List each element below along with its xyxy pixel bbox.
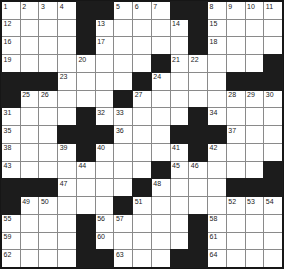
clue-number: 52	[228, 198, 236, 206]
grid-cell[interactable]: 17	[96, 37, 114, 54]
grid-cell[interactable]: 34	[208, 108, 226, 125]
grid-cell[interactable]	[227, 250, 245, 267]
grid-cell[interactable]	[227, 37, 245, 54]
grid-cell[interactable]	[58, 55, 76, 72]
grid-cell[interactable]: 33	[114, 108, 132, 125]
grid-cell[interactable]	[171, 73, 189, 90]
grid-cell[interactable]: 1	[2, 2, 20, 19]
clue-number: 16	[4, 38, 12, 46]
black-cell	[152, 162, 170, 179]
clue-number: 10	[247, 3, 255, 11]
black-cell	[96, 126, 114, 143]
grid-cell[interactable]	[189, 197, 207, 214]
grid-cell[interactable]	[264, 215, 282, 232]
grid-cell[interactable]: 2	[21, 2, 39, 19]
grid-cell[interactable]	[21, 144, 39, 161]
grid-cell[interactable]	[264, 108, 282, 125]
clue-number: 46	[191, 162, 199, 170]
grid-cell[interactable]: 57	[114, 215, 132, 232]
grid-cell[interactable]	[152, 126, 170, 143]
black-cell	[77, 108, 95, 125]
grid-cell[interactable]	[152, 20, 170, 37]
black-cell	[264, 55, 282, 72]
grid-cell[interactable]: 63	[114, 250, 132, 267]
grid-cell[interactable]	[21, 250, 39, 267]
grid-cell[interactable]: 37	[227, 126, 245, 143]
grid-cell[interactable]	[39, 144, 57, 161]
grid-cell[interactable]	[133, 108, 151, 125]
grid-cell[interactable]	[208, 162, 226, 179]
clue-number: 64	[210, 251, 218, 259]
grid-cell[interactable]: 62	[2, 250, 20, 267]
grid-cell[interactable]	[133, 250, 151, 267]
black-cell	[171, 2, 189, 19]
clue-number: 21	[172, 56, 180, 64]
grid-cell[interactable]: 27	[133, 91, 151, 108]
clue-number: 7	[153, 3, 157, 11]
grid-cell[interactable]	[208, 73, 226, 90]
grid-cell[interactable]	[152, 233, 170, 250]
grid-cell[interactable]: 49	[21, 197, 39, 214]
grid-cell[interactable]: 52	[227, 197, 245, 214]
black-cell	[77, 2, 95, 19]
black-cell	[39, 179, 57, 196]
grid-cell[interactable]: 58	[208, 215, 226, 232]
grid-cell[interactable]	[58, 250, 76, 267]
grid-cell[interactable]	[152, 37, 170, 54]
grid-cell[interactable]	[58, 37, 76, 54]
grid-cell[interactable]: 28	[227, 91, 245, 108]
grid-cell[interactable]: 32	[96, 108, 114, 125]
grid-cell[interactable]: 7	[152, 2, 170, 19]
clue-number: 34	[210, 109, 218, 117]
clue-number: 39	[60, 144, 68, 152]
black-cell	[227, 179, 245, 196]
clue-number: 8	[210, 3, 214, 11]
grid-cell[interactable]	[264, 20, 282, 37]
grid-cell[interactable]	[264, 126, 282, 143]
clue-number: 6	[135, 3, 139, 11]
grid-cell[interactable]: 11	[264, 2, 282, 19]
grid-cell[interactable]: 29	[246, 91, 264, 108]
grid-cell[interactable]	[208, 91, 226, 108]
clue-number: 3	[41, 3, 45, 11]
grid-cell[interactable]	[77, 197, 95, 214]
grid-cell[interactable]	[171, 179, 189, 196]
grid-cell[interactable]	[208, 197, 226, 214]
grid-cell[interactable]	[39, 250, 57, 267]
grid-cell[interactable]	[21, 126, 39, 143]
grid-cell[interactable]	[96, 162, 114, 179]
grid-cell[interactable]: 46	[189, 162, 207, 179]
grid-cell[interactable]	[114, 179, 132, 196]
grid-cell[interactable]	[208, 55, 226, 72]
black-cell	[96, 250, 114, 267]
black-cell	[189, 108, 207, 125]
grid-cell[interactable]	[114, 144, 132, 161]
clue-number: 20	[78, 56, 86, 64]
clue-number: 32	[97, 109, 105, 117]
grid-cell[interactable]: 24	[152, 73, 170, 90]
grid-cell[interactable]	[96, 179, 114, 196]
grid-cell[interactable]	[133, 37, 151, 54]
clue-number: 35	[4, 127, 12, 135]
clue-number: 45	[172, 162, 180, 170]
grid-cell[interactable]: 54	[264, 197, 282, 214]
grid-cell[interactable]: 41	[171, 144, 189, 161]
grid-cell[interactable]: 12	[2, 20, 20, 37]
grid-cell[interactable]	[208, 179, 226, 196]
grid-cell[interactable]: 19	[2, 55, 20, 72]
clue-number: 57	[116, 215, 124, 223]
black-cell	[171, 250, 189, 267]
grid-cell[interactable]	[96, 55, 114, 72]
grid-cell[interactable]	[77, 73, 95, 90]
grid-cell[interactable]	[39, 108, 57, 125]
grid-cell[interactable]	[21, 108, 39, 125]
grid-cell[interactable]	[152, 197, 170, 214]
grid-cell[interactable]	[264, 144, 282, 161]
grid-cell[interactable]	[133, 162, 151, 179]
grid-cell[interactable]	[171, 91, 189, 108]
clue-number: 27	[135, 91, 143, 99]
clue-number: 53	[247, 198, 255, 206]
grid-cell[interactable]: 42	[208, 144, 226, 161]
black-cell	[2, 91, 20, 108]
black-cell	[189, 20, 207, 37]
black-cell	[2, 179, 20, 196]
clue-number: 13	[97, 20, 105, 28]
grid-cell[interactable]	[21, 162, 39, 179]
grid-cell[interactable]	[171, 197, 189, 214]
grid-cell[interactable]	[246, 144, 264, 161]
black-cell	[189, 37, 207, 54]
grid-cell[interactable]	[114, 162, 132, 179]
clue-number: 31	[4, 109, 12, 117]
clue-number: 61	[210, 233, 218, 241]
grid-cell[interactable]	[114, 20, 132, 37]
grid-cell[interactable]: 10	[246, 2, 264, 19]
clue-number: 38	[4, 144, 12, 152]
black-cell	[227, 73, 245, 90]
grid-cell[interactable]	[152, 250, 170, 267]
clue-number: 54	[266, 198, 274, 206]
clue-number: 15	[210, 20, 218, 28]
black-cell	[21, 73, 39, 90]
grid-cell[interactable]	[227, 162, 245, 179]
black-cell	[246, 73, 264, 90]
grid-cell[interactable]: 25	[21, 91, 39, 108]
grid-cell[interactable]: 4	[58, 2, 76, 19]
clue-number: 59	[4, 233, 12, 241]
grid-cell[interactable]: 61	[208, 233, 226, 250]
grid-cell[interactable]	[133, 215, 151, 232]
grid-cell[interactable]	[246, 233, 264, 250]
grid-cell[interactable]	[77, 91, 95, 108]
grid-cell[interactable]: 31	[2, 108, 20, 125]
grid-cell[interactable]: 30	[264, 91, 282, 108]
clue-number: 24	[153, 73, 161, 81]
black-cell	[77, 20, 95, 37]
clue-number: 49	[22, 198, 30, 206]
grid-cell[interactable]	[133, 55, 151, 72]
grid-cell[interactable]: 44	[77, 162, 95, 179]
clue-number: 55	[4, 215, 12, 223]
black-cell	[77, 250, 95, 267]
black-cell	[171, 126, 189, 143]
black-cell	[77, 126, 95, 143]
clue-number: 40	[97, 144, 105, 152]
grid-cell[interactable]	[246, 55, 264, 72]
clue-number: 5	[116, 3, 120, 11]
clue-number: 18	[210, 38, 218, 46]
black-cell	[39, 73, 57, 90]
grid-cell[interactable]	[114, 233, 132, 250]
black-cell	[189, 250, 207, 267]
grid-cell[interactable]	[246, 20, 264, 37]
grid-cell[interactable]	[189, 91, 207, 108]
clue-number: 36	[116, 127, 124, 135]
clue-number: 58	[210, 215, 218, 223]
clue-number: 11	[266, 3, 273, 11]
grid-cell[interactable]	[189, 179, 207, 196]
grid-cell[interactable]	[133, 144, 151, 161]
clue-number: 60	[97, 233, 105, 241]
black-cell	[246, 179, 264, 196]
grid-cell[interactable]: 60	[96, 233, 114, 250]
clue-number: 23	[60, 73, 68, 81]
grid-cell[interactable]	[246, 37, 264, 54]
clue-number: 48	[153, 180, 161, 188]
clue-number: 42	[210, 144, 218, 152]
grid-cell[interactable]	[39, 126, 57, 143]
black-cell	[114, 197, 132, 214]
grid-cell[interactable]: 6	[133, 2, 151, 19]
grid-cell[interactable]: 15	[208, 20, 226, 37]
black-cell	[77, 37, 95, 54]
grid-cell[interactable]	[58, 91, 76, 108]
clue-number: 63	[116, 251, 124, 259]
grid-cell[interactable]	[133, 233, 151, 250]
grid-cell[interactable]: 36	[114, 126, 132, 143]
grid-cell[interactable]	[39, 37, 57, 54]
crossword-grid: 1234567891011121314151617181920212223242…	[0, 0, 284, 269]
grid-cell[interactable]	[133, 20, 151, 37]
grid-cell[interactable]: 48	[152, 179, 170, 196]
clue-number: 37	[228, 127, 236, 135]
grid-cell[interactable]: 64	[208, 250, 226, 267]
grid-cell[interactable]	[21, 233, 39, 250]
black-cell	[264, 179, 282, 196]
black-cell	[133, 73, 151, 90]
grid-cell[interactable]: 20	[77, 55, 95, 72]
grid-cell[interactable]	[39, 20, 57, 37]
clue-number: 50	[41, 198, 49, 206]
grid-cell[interactable]	[227, 215, 245, 232]
grid-cell[interactable]	[171, 37, 189, 54]
black-cell	[58, 126, 76, 143]
grid-cell[interactable]	[152, 91, 170, 108]
grid-cell[interactable]	[58, 197, 76, 214]
clue-number: 19	[4, 56, 12, 64]
grid-cell[interactable]: 43	[2, 162, 20, 179]
clue-number: 33	[116, 109, 124, 117]
black-cell	[208, 126, 226, 143]
black-cell	[96, 2, 114, 19]
clue-number: 12	[4, 20, 12, 28]
grid-cell[interactable]	[171, 108, 189, 125]
clue-number: 29	[247, 91, 255, 99]
grid-cell[interactable]: 59	[2, 233, 20, 250]
black-cell	[264, 73, 282, 90]
grid-cell[interactable]	[152, 144, 170, 161]
black-cell	[189, 2, 207, 19]
grid-cell[interactable]: 26	[39, 91, 57, 108]
clue-number: 2	[22, 3, 26, 11]
grid-cell[interactable]: 50	[39, 197, 57, 214]
grid-cell[interactable]: 53	[246, 197, 264, 214]
clue-number: 44	[78, 162, 86, 170]
grid-cell[interactable]: 14	[171, 20, 189, 37]
grid-cell[interactable]	[152, 215, 170, 232]
clue-number: 51	[135, 198, 143, 206]
grid-cell[interactable]: 45	[171, 162, 189, 179]
grid-cell[interactable]: 5	[114, 2, 132, 19]
grid-cell[interactable]: 55	[2, 215, 20, 232]
black-cell	[114, 91, 132, 108]
grid-cell[interactable]	[96, 197, 114, 214]
grid-cell[interactable]: 13	[96, 20, 114, 37]
grid-cell[interactable]	[39, 162, 57, 179]
grid-cell[interactable]	[58, 215, 76, 232]
grid-cell[interactable]	[21, 215, 39, 232]
grid-cell[interactable]: 8	[208, 2, 226, 19]
grid-cell[interactable]	[264, 233, 282, 250]
grid-cell[interactable]	[227, 108, 245, 125]
grid-cell[interactable]	[227, 20, 245, 37]
grid-cell[interactable]	[246, 108, 264, 125]
grid-cell[interactable]	[171, 215, 189, 232]
grid-cell[interactable]	[227, 144, 245, 161]
grid-cell[interactable]	[114, 37, 132, 54]
grid-cell[interactable]: 18	[208, 37, 226, 54]
grid-cell[interactable]	[21, 37, 39, 54]
clue-number: 26	[41, 91, 49, 99]
grid-cell[interactable]: 51	[133, 197, 151, 214]
black-cell	[189, 215, 207, 232]
grid-cell[interactable]	[171, 233, 189, 250]
grid-cell[interactable]	[58, 108, 76, 125]
clue-number: 30	[266, 91, 274, 99]
black-cell	[189, 126, 207, 143]
clue-number: 56	[97, 215, 105, 223]
grid-cell[interactable]	[39, 215, 57, 232]
grid-cell[interactable]	[264, 250, 282, 267]
grid-cell[interactable]: 39	[58, 144, 76, 161]
grid-cell[interactable]	[227, 55, 245, 72]
clue-number: 4	[60, 3, 64, 11]
black-cell	[152, 55, 170, 72]
grid-cell[interactable]	[39, 233, 57, 250]
grid-cell[interactable]: 47	[58, 179, 76, 196]
grid-cell[interactable]	[189, 73, 207, 90]
grid-cell[interactable]: 9	[227, 2, 245, 19]
grid-cell[interactable]	[58, 233, 76, 250]
grid-cell[interactable]	[21, 20, 39, 37]
grid-cell[interactable]	[264, 37, 282, 54]
crossword-puzzle: 1234567891011121314151617181920212223242…	[0, 0, 284, 269]
black-cell	[77, 233, 95, 250]
grid-cell[interactable]	[96, 73, 114, 90]
grid-cell[interactable]: 16	[2, 37, 20, 54]
grid-cell[interactable]	[152, 108, 170, 125]
clue-number: 62	[4, 251, 12, 259]
clue-number: 25	[22, 91, 30, 99]
grid-cell[interactable]: 3	[39, 2, 57, 19]
black-cell	[189, 144, 207, 161]
clue-number: 1	[4, 3, 8, 11]
grid-cell[interactable]: 23	[58, 73, 76, 90]
grid-cell[interactable]	[96, 91, 114, 108]
black-cell	[189, 233, 207, 250]
clue-number: 41	[172, 144, 180, 152]
grid-cell[interactable]	[21, 55, 39, 72]
grid-cell[interactable]	[77, 179, 95, 196]
grid-cell[interactable]	[227, 233, 245, 250]
grid-cell[interactable]	[58, 162, 76, 179]
black-cell	[77, 215, 95, 232]
grid-cell[interactable]: 38	[2, 144, 20, 161]
grid-cell[interactable]	[114, 73, 132, 90]
grid-cell[interactable]	[246, 126, 264, 143]
grid-cell[interactable]: 22	[189, 55, 207, 72]
clue-number: 14	[172, 20, 180, 28]
grid-cell[interactable]	[39, 55, 57, 72]
grid-cell[interactable]: 40	[96, 144, 114, 161]
clue-number: 9	[228, 3, 232, 11]
black-cell	[264, 162, 282, 179]
clue-number: 47	[60, 180, 68, 188]
black-cell	[2, 73, 20, 90]
clue-number: 28	[228, 91, 236, 99]
grid-cell[interactable]	[246, 215, 264, 232]
grid-cell[interactable]: 21	[171, 55, 189, 72]
black-cell	[77, 144, 95, 161]
clue-number: 43	[4, 162, 12, 170]
grid-cell[interactable]	[133, 126, 151, 143]
grid-cell[interactable]: 35	[2, 126, 20, 143]
black-cell	[21, 179, 39, 196]
grid-cell[interactable]	[246, 162, 264, 179]
grid-cell[interactable]	[114, 55, 132, 72]
clue-number: 22	[191, 56, 199, 64]
grid-cell[interactable]	[246, 250, 264, 267]
clue-number: 17	[97, 38, 105, 46]
grid-cell[interactable]	[58, 20, 76, 37]
black-cell	[133, 179, 151, 196]
black-cell	[2, 197, 20, 214]
grid-cell[interactable]: 56	[96, 215, 114, 232]
